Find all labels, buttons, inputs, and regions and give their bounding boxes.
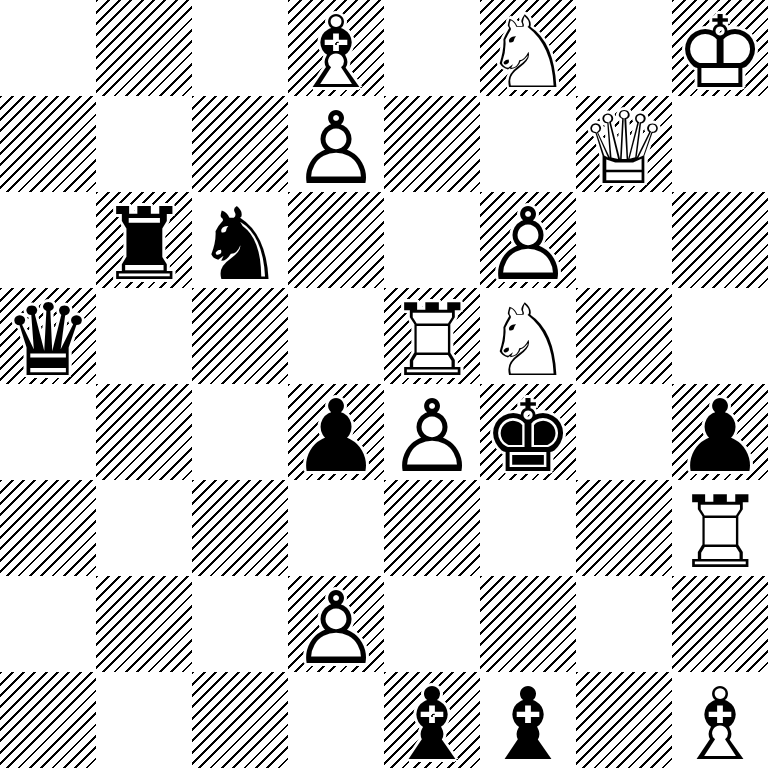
square-e4[interactable]: ♟♙ <box>384 384 480 480</box>
piece-white-rook-h3[interactable]: ♜♖ <box>672 480 768 576</box>
square-f7[interactable] <box>480 96 576 192</box>
piece-black-knight-c6[interactable]: ♞ <box>192 192 288 288</box>
square-f6[interactable]: ♟♙ <box>480 192 576 288</box>
white-bishop-icon: ♗ <box>672 677 768 768</box>
square-h2[interactable] <box>672 576 768 672</box>
piece-white-queen-g7[interactable]: ♛♕ <box>576 96 672 192</box>
square-b1[interactable] <box>96 672 192 768</box>
white-bishop-icon: ♗ <box>288 5 384 101</box>
square-d7[interactable]: ♟♙ <box>288 96 384 192</box>
square-g8[interactable] <box>576 0 672 96</box>
square-f5[interactable]: ♞♘ <box>480 288 576 384</box>
piece-black-pawn-d4[interactable]: ♟ <box>288 384 384 480</box>
square-a7[interactable] <box>0 96 96 192</box>
square-g7[interactable]: ♛♕ <box>576 96 672 192</box>
piece-white-pawn-d2[interactable]: ♟♙ <box>288 576 384 672</box>
piece-black-king-f4[interactable]: ♚ <box>480 384 576 480</box>
square-g1[interactable] <box>576 672 672 768</box>
chess-board: ♝♗♞♘♚♔♟♙♛♕♜♞♟♙♛♜♖♞♘♟♟♙♚♟♜♖♟♙♝♝♝♗ <box>0 0 768 768</box>
square-f2[interactable] <box>480 576 576 672</box>
square-d5[interactable] <box>288 288 384 384</box>
white-knight-icon: ♘ <box>480 293 576 389</box>
black-bishop-icon: ♝ <box>480 677 576 768</box>
piece-black-rook-b6[interactable]: ♜ <box>96 192 192 288</box>
piece-black-pawn-h4[interactable]: ♟ <box>672 384 768 480</box>
square-g4[interactable] <box>576 384 672 480</box>
square-c7[interactable] <box>192 96 288 192</box>
square-a1[interactable] <box>0 672 96 768</box>
square-b3[interactable] <box>96 480 192 576</box>
square-a5[interactable]: ♛ <box>0 288 96 384</box>
white-king-icon: ♔ <box>672 5 768 101</box>
square-f3[interactable] <box>480 480 576 576</box>
square-f4[interactable]: ♚ <box>480 384 576 480</box>
square-h7[interactable] <box>672 96 768 192</box>
square-a3[interactable] <box>0 480 96 576</box>
piece-white-bishop-h1[interactable]: ♝♗ <box>672 672 768 768</box>
square-c8[interactable] <box>192 0 288 96</box>
white-pawn-icon: ♙ <box>480 197 576 293</box>
square-a6[interactable] <box>0 192 96 288</box>
piece-white-king-h8[interactable]: ♚♔ <box>672 0 768 96</box>
square-b2[interactable] <box>96 576 192 672</box>
black-knight-icon: ♞ <box>192 197 288 293</box>
square-a8[interactable] <box>0 0 96 96</box>
square-g3[interactable] <box>576 480 672 576</box>
square-b7[interactable] <box>96 96 192 192</box>
square-b4[interactable] <box>96 384 192 480</box>
black-rook-icon: ♜ <box>96 197 192 293</box>
black-bishop-icon: ♝ <box>384 677 480 768</box>
white-rook-icon: ♖ <box>672 485 768 581</box>
piece-black-bishop-f1[interactable]: ♝ <box>480 672 576 768</box>
white-pawn-icon: ♙ <box>288 581 384 677</box>
square-h5[interactable] <box>672 288 768 384</box>
square-e3[interactable] <box>384 480 480 576</box>
square-h6[interactable] <box>672 192 768 288</box>
square-h8[interactable]: ♚♔ <box>672 0 768 96</box>
square-e5[interactable]: ♜♖ <box>384 288 480 384</box>
square-e1[interactable]: ♝ <box>384 672 480 768</box>
square-c3[interactable] <box>192 480 288 576</box>
white-pawn-icon: ♙ <box>288 101 384 197</box>
square-e7[interactable] <box>384 96 480 192</box>
square-h1[interactable]: ♝♗ <box>672 672 768 768</box>
piece-white-pawn-f6[interactable]: ♟♙ <box>480 192 576 288</box>
black-queen-icon: ♛ <box>0 293 96 389</box>
piece-white-pawn-e4[interactable]: ♟♙ <box>384 384 480 480</box>
square-e2[interactable] <box>384 576 480 672</box>
square-d3[interactable] <box>288 480 384 576</box>
piece-black-bishop-e1[interactable]: ♝ <box>384 672 480 768</box>
square-d8[interactable]: ♝♗ <box>288 0 384 96</box>
square-b5[interactable] <box>96 288 192 384</box>
square-f8[interactable]: ♞♘ <box>480 0 576 96</box>
square-c4[interactable] <box>192 384 288 480</box>
square-g6[interactable] <box>576 192 672 288</box>
white-rook-icon: ♖ <box>384 293 480 389</box>
piece-white-knight-f8[interactable]: ♞♘ <box>480 0 576 96</box>
square-d4[interactable]: ♟ <box>288 384 384 480</box>
square-h4[interactable]: ♟ <box>672 384 768 480</box>
piece-white-pawn-d7[interactable]: ♟♙ <box>288 96 384 192</box>
square-c2[interactable] <box>192 576 288 672</box>
square-c6[interactable]: ♞ <box>192 192 288 288</box>
square-e6[interactable] <box>384 192 480 288</box>
white-knight-icon: ♘ <box>480 5 576 101</box>
square-b8[interactable] <box>96 0 192 96</box>
square-c1[interactable] <box>192 672 288 768</box>
square-d6[interactable] <box>288 192 384 288</box>
piece-white-bishop-d8[interactable]: ♝♗ <box>288 0 384 96</box>
black-pawn-icon: ♟ <box>288 389 384 485</box>
piece-white-knight-f5[interactable]: ♞♘ <box>480 288 576 384</box>
square-a2[interactable] <box>0 576 96 672</box>
square-d2[interactable]: ♟♙ <box>288 576 384 672</box>
square-f1[interactable]: ♝ <box>480 672 576 768</box>
piece-white-rook-e5[interactable]: ♜♖ <box>384 288 480 384</box>
square-e8[interactable] <box>384 0 480 96</box>
white-queen-icon: ♕ <box>576 101 672 197</box>
square-c5[interactable] <box>192 288 288 384</box>
square-h3[interactable]: ♜♖ <box>672 480 768 576</box>
black-king-icon: ♚ <box>480 389 576 485</box>
square-g5[interactable] <box>576 288 672 384</box>
square-a4[interactable] <box>0 384 96 480</box>
square-b6[interactable]: ♜ <box>96 192 192 288</box>
square-g2[interactable] <box>576 576 672 672</box>
piece-black-queen-a5[interactable]: ♛ <box>0 288 96 384</box>
square-d1[interactable] <box>288 672 384 768</box>
white-pawn-icon: ♙ <box>384 389 480 485</box>
black-pawn-icon: ♟ <box>672 389 768 485</box>
